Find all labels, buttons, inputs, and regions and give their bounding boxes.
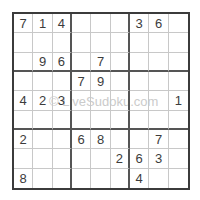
cell-r6c8[interactable] bbox=[149, 111, 168, 130]
cell-r1c9[interactable] bbox=[169, 14, 188, 33]
cell-r6c1[interactable] bbox=[14, 111, 33, 130]
cell-r4c1[interactable] bbox=[14, 72, 33, 91]
cell-r3c2[interactable]: 9 bbox=[33, 53, 52, 72]
cell-r2c9[interactable] bbox=[169, 33, 188, 52]
cell-r7c2[interactable] bbox=[33, 130, 52, 149]
cell-r9c3[interactable] bbox=[53, 169, 72, 188]
cell-r8c6[interactable]: 2 bbox=[111, 149, 130, 168]
cell-r9c4[interactable] bbox=[72, 169, 91, 188]
cell-r7c5[interactable]: 8 bbox=[91, 130, 110, 149]
cell-r9c1[interactable]: 8 bbox=[14, 169, 33, 188]
cell-r5c5[interactable] bbox=[91, 91, 110, 110]
cell-r5c2[interactable]: 2 bbox=[33, 91, 52, 110]
cell-r9c6[interactable] bbox=[111, 169, 130, 188]
cell-r7c9[interactable] bbox=[169, 130, 188, 149]
cell-r4c4[interactable]: 7 bbox=[72, 72, 91, 91]
cell-r3c9[interactable] bbox=[169, 53, 188, 72]
cell-r3c1[interactable] bbox=[14, 53, 33, 72]
cell-r1c2[interactable]: 1 bbox=[33, 14, 52, 33]
cell-r6c5[interactable] bbox=[91, 111, 110, 130]
cell-r7c7[interactable] bbox=[130, 130, 149, 149]
cell-r2c1[interactable] bbox=[14, 33, 33, 52]
cell-r4c6[interactable] bbox=[111, 72, 130, 91]
cell-r6c3[interactable] bbox=[53, 111, 72, 130]
cell-r1c7[interactable]: 3 bbox=[130, 14, 149, 33]
cell-r9c9[interactable] bbox=[169, 169, 188, 188]
cell-r1c6[interactable] bbox=[111, 14, 130, 33]
cell-r6c2[interactable] bbox=[33, 111, 52, 130]
cell-r2c7[interactable] bbox=[130, 33, 149, 52]
cell-r7c6[interactable] bbox=[111, 130, 130, 149]
cell-r6c7[interactable] bbox=[130, 111, 149, 130]
cell-r2c2[interactable] bbox=[33, 33, 52, 52]
cell-r8c8[interactable]: 3 bbox=[149, 149, 168, 168]
cell-r4c8[interactable] bbox=[149, 72, 168, 91]
cell-r9c8[interactable] bbox=[149, 169, 168, 188]
cell-r7c8[interactable]: 7 bbox=[149, 130, 168, 149]
cell-r7c1[interactable]: 2 bbox=[14, 130, 33, 149]
cell-r3c4[interactable] bbox=[72, 53, 91, 72]
cell-r5c3[interactable]: 3 bbox=[53, 91, 72, 110]
cell-r6c6[interactable] bbox=[111, 111, 130, 130]
cell-r1c3[interactable]: 4 bbox=[53, 14, 72, 33]
cell-r5c8[interactable] bbox=[149, 91, 168, 110]
cell-r2c4[interactable] bbox=[72, 33, 91, 52]
cell-r7c4[interactable]: 6 bbox=[72, 130, 91, 149]
cell-r4c3[interactable] bbox=[53, 72, 72, 91]
cell-r8c2[interactable] bbox=[33, 149, 52, 168]
cell-r8c3[interactable] bbox=[53, 149, 72, 168]
sudoku-page: © LiveSudoku.com 71436967794231268726384 bbox=[0, 0, 200, 200]
cell-r2c5[interactable] bbox=[91, 33, 110, 52]
cell-r7c3[interactable] bbox=[53, 130, 72, 149]
cell-r8c1[interactable] bbox=[14, 149, 33, 168]
cell-r3c3[interactable]: 6 bbox=[53, 53, 72, 72]
cell-r9c2[interactable] bbox=[33, 169, 52, 188]
cell-r2c3[interactable] bbox=[53, 33, 72, 52]
cell-r8c9[interactable] bbox=[169, 149, 188, 168]
cell-r9c5[interactable] bbox=[91, 169, 110, 188]
cell-r9c7[interactable]: 4 bbox=[130, 169, 149, 188]
cell-r3c8[interactable] bbox=[149, 53, 168, 72]
cell-r4c7[interactable] bbox=[130, 72, 149, 91]
cell-r3c5[interactable]: 7 bbox=[91, 53, 110, 72]
cell-r5c9[interactable]: 1 bbox=[169, 91, 188, 110]
cell-r6c4[interactable] bbox=[72, 111, 91, 130]
sudoku-board: © LiveSudoku.com 71436967794231268726384 bbox=[12, 12, 190, 190]
cell-r5c1[interactable]: 4 bbox=[14, 91, 33, 110]
cell-r1c5[interactable] bbox=[91, 14, 110, 33]
cell-r1c4[interactable] bbox=[72, 14, 91, 33]
cell-r4c5[interactable]: 9 bbox=[91, 72, 110, 91]
cell-r8c5[interactable] bbox=[91, 149, 110, 168]
cell-r5c4[interactable] bbox=[72, 91, 91, 110]
cell-r2c8[interactable] bbox=[149, 33, 168, 52]
cell-r1c1[interactable]: 7 bbox=[14, 14, 33, 33]
cell-r4c9[interactable] bbox=[169, 72, 188, 91]
cell-r4c2[interactable] bbox=[33, 72, 52, 91]
cell-r6c9[interactable] bbox=[169, 111, 188, 130]
cell-r3c6[interactable] bbox=[111, 53, 130, 72]
cell-r1c8[interactable]: 6 bbox=[149, 14, 168, 33]
cell-r5c7[interactable] bbox=[130, 91, 149, 110]
cell-r3c7[interactable] bbox=[130, 53, 149, 72]
cell-r8c4[interactable] bbox=[72, 149, 91, 168]
cell-r5c6[interactable] bbox=[111, 91, 130, 110]
cell-r2c6[interactable] bbox=[111, 33, 130, 52]
cell-r8c7[interactable]: 6 bbox=[130, 149, 149, 168]
